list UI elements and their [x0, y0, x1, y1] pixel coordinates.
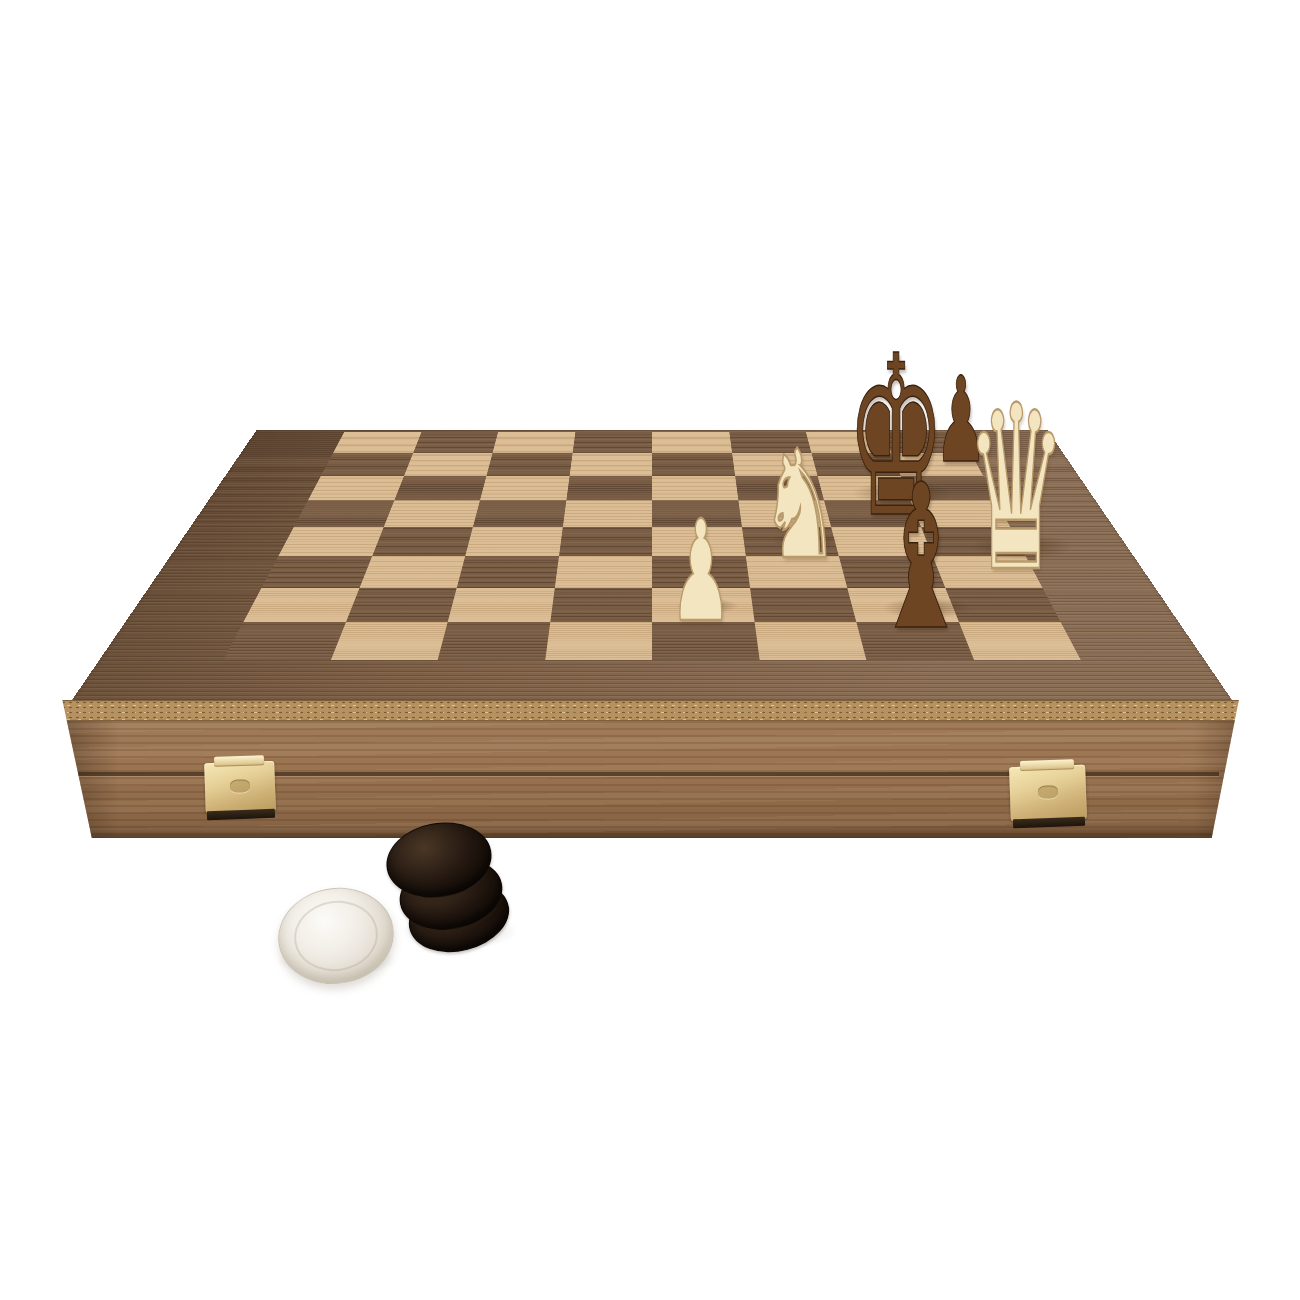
square-c2[interactable] — [448, 588, 555, 623]
square-d7[interactable] — [569, 453, 652, 476]
latch-right-emboss — [1038, 785, 1058, 799]
square-b7[interactable] — [404, 453, 493, 476]
latch-left-clasp — [214, 755, 265, 767]
case-cork-edge — [60, 700, 1240, 721]
square-h1[interactable] — [959, 622, 1081, 660]
square-b2[interactable] — [345, 588, 456, 623]
white-pawn[interactable]: ♟ — [670, 502, 733, 642]
square-d8[interactable] — [572, 432, 652, 453]
square-c1[interactable] — [438, 622, 550, 660]
square-e7[interactable] — [652, 453, 735, 476]
square-c5[interactable] — [473, 500, 566, 527]
white-knight[interactable]: ♞ — [760, 430, 841, 580]
square-f2[interactable] — [750, 588, 857, 623]
white-checker-groove — [289, 896, 382, 977]
square-c8[interactable] — [493, 432, 576, 453]
white-checker[interactable] — [272, 880, 400, 991]
latch-right[interactable] — [1009, 765, 1087, 822]
square-b8[interactable] — [413, 432, 498, 453]
square-d1[interactable] — [545, 622, 652, 660]
square-a5[interactable] — [294, 500, 394, 527]
square-d3[interactable] — [554, 556, 652, 588]
square-a1[interactable] — [223, 622, 345, 660]
square-a7[interactable] — [321, 453, 413, 476]
square-c3[interactable] — [457, 556, 559, 588]
latch-left[interactable] — [204, 761, 276, 813]
square-c7[interactable] — [487, 453, 573, 476]
square-b4[interactable] — [372, 527, 473, 556]
square-e8[interactable] — [652, 432, 732, 453]
square-d5[interactable] — [562, 500, 652, 527]
square-b5[interactable] — [383, 500, 480, 527]
square-d4[interactable] — [559, 527, 652, 556]
latch-right-clasp — [1019, 759, 1074, 771]
square-b1[interactable] — [330, 622, 447, 660]
latch-left-emboss — [230, 779, 250, 793]
square-a6[interactable] — [308, 476, 404, 501]
square-b3[interactable] — [359, 556, 465, 588]
square-f1[interactable] — [754, 622, 866, 660]
square-a2[interactable] — [243, 588, 359, 623]
square-a4[interactable] — [278, 527, 383, 556]
square-c6[interactable] — [480, 476, 569, 501]
square-d2[interactable] — [550, 588, 652, 623]
product-photo-stage: ♟♚♞♛♟♝ — [0, 0, 1300, 1300]
square-d6[interactable] — [566, 476, 652, 501]
black-bishop[interactable]: ♝ — [872, 458, 971, 658]
square-c4[interactable] — [465, 527, 562, 556]
square-a3[interactable] — [262, 556, 372, 588]
white-queen[interactable]: ♛ — [965, 375, 1067, 603]
square-a8[interactable] — [333, 432, 421, 453]
square-b6[interactable] — [394, 476, 487, 501]
